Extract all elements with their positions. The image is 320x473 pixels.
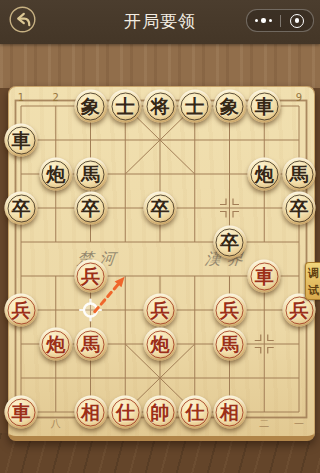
- piece-black[interactable]: 士: [178, 90, 211, 123]
- piece-black[interactable]: 炮: [248, 158, 281, 191]
- piece-black[interactable]: 卒: [283, 192, 316, 225]
- piece-glyph: 炮: [144, 328, 177, 361]
- piece-red[interactable]: 帥: [144, 396, 177, 429]
- piece-glyph: 兵: [5, 294, 38, 327]
- piece-red[interactable]: 炮: [144, 328, 177, 361]
- piece-glyph: 士: [109, 90, 142, 123]
- piece-glyph: 仕: [109, 396, 142, 429]
- piece-red[interactable]: 兵: [144, 294, 177, 327]
- piece-glyph: 卒: [213, 226, 246, 259]
- piece-glyph: 卒: [283, 192, 316, 225]
- piece-glyph: 士: [178, 90, 211, 123]
- debug-tab-label: 调试: [308, 267, 319, 297]
- piece-black[interactable]: 将: [144, 90, 177, 123]
- piece-glyph: 仕: [178, 396, 211, 429]
- dot-icon: [255, 19, 258, 22]
- piece-black[interactable]: 卒: [144, 192, 177, 225]
- header: 开局要领: [0, 0, 320, 44]
- piece-red[interactable]: 仕: [178, 396, 211, 429]
- dot-icon: [261, 18, 266, 23]
- piece-black[interactable]: 炮: [39, 158, 72, 191]
- column-label-bottom: 一: [294, 417, 304, 431]
- column-label-top: 2: [53, 92, 59, 103]
- piece-black[interactable]: 象: [74, 90, 107, 123]
- piece-glyph: 相: [74, 396, 107, 429]
- piece-glyph: 馬: [213, 328, 246, 361]
- piece-glyph: 炮: [39, 328, 72, 361]
- piece-red[interactable]: 車: [5, 396, 38, 429]
- piece-black[interactable]: 卒: [74, 192, 107, 225]
- piece-red[interactable]: 馬: [213, 328, 246, 361]
- piece-glyph: 相: [213, 396, 246, 429]
- piece-glyph: 卒: [5, 192, 38, 225]
- piece-glyph: 車: [5, 124, 38, 157]
- column-label-top: 1: [18, 92, 24, 103]
- piece-black[interactable]: 士: [109, 90, 142, 123]
- column-label-bottom: 八: [51, 417, 61, 431]
- dot-icon: [269, 19, 272, 22]
- wechat-capsule: [246, 9, 314, 32]
- piece-glyph: 炮: [248, 158, 281, 191]
- piece-black[interactable]: 馬: [283, 158, 316, 191]
- piece-red[interactable]: 兵: [74, 260, 107, 293]
- exit-button[interactable]: [281, 10, 314, 31]
- piece-glyph: 車: [248, 90, 281, 123]
- column-label-top: 9: [296, 92, 302, 103]
- piece-glyph: 卒: [74, 192, 107, 225]
- piece-glyph: 兵: [144, 294, 177, 327]
- piece-black[interactable]: 象: [213, 90, 246, 123]
- piece-glyph: 卒: [144, 192, 177, 225]
- piece-glyph: 象: [74, 90, 107, 123]
- menu-dots-button[interactable]: [247, 10, 280, 31]
- piece-red[interactable]: 兵: [5, 294, 38, 327]
- piece-glyph: 炮: [39, 158, 72, 191]
- piece-glyph: 兵: [213, 294, 246, 327]
- piece-red[interactable]: 車: [248, 260, 281, 293]
- piece-black[interactable]: 卒: [213, 226, 246, 259]
- column-label-bottom: 二: [259, 417, 269, 431]
- exit-circle-icon: [290, 14, 304, 28]
- piece-glyph: 車: [5, 396, 38, 429]
- debug-tab[interactable]: 调试: [305, 262, 320, 300]
- piece-red[interactable]: 兵: [213, 294, 246, 327]
- piece-black[interactable]: 卒: [5, 192, 38, 225]
- app-window: 开局要领 123456789九八七六五四三二一 楚河 漢界 象士将士象車車炮馬炮…: [0, 0, 320, 473]
- piece-red[interactable]: 仕: [109, 396, 142, 429]
- piece-glyph: 象: [213, 90, 246, 123]
- piece-black[interactable]: 馬: [74, 158, 107, 191]
- xiangqi-board[interactable]: 123456789九八七六五四三二一 楚河 漢界 象士将士象車車炮馬炮馬卒卒卒卒…: [8, 86, 315, 441]
- piece-glyph: 馬: [74, 158, 107, 191]
- piece-black[interactable]: 車: [5, 124, 38, 157]
- piece-red[interactable]: 相: [213, 396, 246, 429]
- piece-glyph: 帥: [144, 396, 177, 429]
- piece-glyph: 馬: [283, 158, 316, 191]
- piece-red[interactable]: 相: [74, 396, 107, 429]
- piece-glyph: 兵: [74, 260, 107, 293]
- piece-glyph: 馬: [74, 328, 107, 361]
- piece-red[interactable]: 馬: [74, 328, 107, 361]
- wood-background-top: [0, 44, 320, 88]
- piece-black[interactable]: 車: [248, 90, 281, 123]
- piece-red[interactable]: 炮: [39, 328, 72, 361]
- piece-glyph: 将: [144, 90, 177, 123]
- piece-glyph: 車: [248, 260, 281, 293]
